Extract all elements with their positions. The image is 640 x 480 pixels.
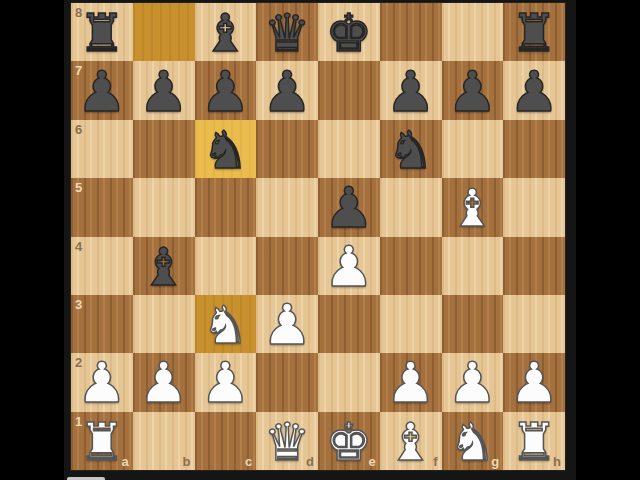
square-c2[interactable]: ♟ xyxy=(195,353,257,411)
square-c4[interactable] xyxy=(195,237,257,295)
square-h2[interactable]: ♟ xyxy=(503,353,565,411)
square-f1[interactable]: ♝f xyxy=(380,412,442,470)
square-e5[interactable]: ♟ xyxy=(318,178,380,236)
square-h5[interactable] xyxy=(503,178,565,236)
square-a3[interactable]: 3 xyxy=(71,295,133,353)
square-e4[interactable]: ♟ xyxy=(318,237,380,295)
piece-white-rook[interactable]: ♜ xyxy=(79,416,126,468)
square-b3[interactable] xyxy=(133,295,195,353)
piece-white-pawn[interactable]: ♟ xyxy=(509,355,559,411)
square-g2[interactable]: ♟ xyxy=(442,353,504,411)
rank-label-7: 7 xyxy=(75,64,82,77)
square-a5[interactable]: 5 xyxy=(71,178,133,236)
square-a2[interactable]: ♟2 xyxy=(71,353,133,411)
piece-black-pawn[interactable]: ♟ xyxy=(200,64,250,120)
piece-white-pawn[interactable]: ♟ xyxy=(447,355,497,411)
square-e1[interactable]: ♚e xyxy=(318,412,380,470)
file-label-b: b xyxy=(183,455,191,468)
piece-black-pawn[interactable]: ♟ xyxy=(447,64,497,120)
square-c6[interactable]: ♞ xyxy=(195,120,257,178)
square-h6[interactable] xyxy=(503,120,565,178)
piece-black-rook[interactable]: ♜ xyxy=(511,7,558,59)
piece-black-pawn[interactable]: ♟ xyxy=(262,64,312,120)
chessboard: ♜8♝♛♚♜♟7♟♟♟♟♟♟6♞♞5♟♝4♝♟3♞♟♟2♟♟♟♟♟♜1abc♛d… xyxy=(71,3,565,470)
square-g5[interactable]: ♝ xyxy=(442,178,504,236)
square-b4[interactable]: ♝ xyxy=(133,237,195,295)
piece-white-queen[interactable]: ♛ xyxy=(264,416,311,468)
square-f4[interactable] xyxy=(380,237,442,295)
piece-white-pawn[interactable]: ♟ xyxy=(200,355,250,411)
piece-white-bishop[interactable]: ♝ xyxy=(387,416,434,468)
square-d2[interactable] xyxy=(256,353,318,411)
file-label-h: h xyxy=(553,455,561,468)
square-f2[interactable]: ♟ xyxy=(380,353,442,411)
piece-black-queen[interactable]: ♛ xyxy=(264,7,311,59)
piece-white-pawn[interactable]: ♟ xyxy=(386,355,436,411)
square-f8[interactable] xyxy=(380,3,442,61)
piece-black-pawn[interactable]: ♟ xyxy=(509,64,559,120)
piece-black-pawn[interactable]: ♟ xyxy=(386,64,436,120)
square-f6[interactable]: ♞ xyxy=(380,120,442,178)
square-g1[interactable]: ♞g xyxy=(442,412,504,470)
piece-black-pawn[interactable]: ♟ xyxy=(324,180,374,236)
square-e3[interactable] xyxy=(318,295,380,353)
square-g3[interactable] xyxy=(442,295,504,353)
piece-black-king[interactable]: ♚ xyxy=(326,7,373,59)
square-h3[interactable] xyxy=(503,295,565,353)
file-label-d: d xyxy=(306,455,314,468)
square-g6[interactable] xyxy=(442,120,504,178)
square-e2[interactable] xyxy=(318,353,380,411)
file-label-c: c xyxy=(245,455,252,468)
square-f3[interactable] xyxy=(380,295,442,353)
square-g4[interactable] xyxy=(442,237,504,295)
square-c5[interactable] xyxy=(195,178,257,236)
piece-black-pawn[interactable]: ♟ xyxy=(77,64,127,120)
square-b1[interactable]: b xyxy=(133,412,195,470)
square-c8[interactable]: ♝ xyxy=(195,3,257,61)
file-label-g: g xyxy=(491,455,499,468)
rank-label-8: 8 xyxy=(75,6,82,19)
square-d8[interactable]: ♛ xyxy=(256,3,318,61)
square-a8[interactable]: ♜8 xyxy=(71,3,133,61)
square-b8[interactable] xyxy=(133,3,195,61)
square-d1[interactable]: ♛d xyxy=(256,412,318,470)
piece-black-pawn[interactable]: ♟ xyxy=(139,64,189,120)
square-e8[interactable]: ♚ xyxy=(318,3,380,61)
rank-label-4: 4 xyxy=(75,240,82,253)
piece-white-knight[interactable]: ♞ xyxy=(202,299,249,351)
square-b6[interactable] xyxy=(133,120,195,178)
square-a4[interactable]: 4 xyxy=(71,237,133,295)
rank-label-6: 6 xyxy=(75,123,82,136)
file-label-f: f xyxy=(433,455,437,468)
square-e7[interactable] xyxy=(318,61,380,119)
piece-white-pawn[interactable]: ♟ xyxy=(139,355,189,411)
piece-white-pawn[interactable]: ♟ xyxy=(262,297,312,353)
rank-label-3: 3 xyxy=(75,298,82,311)
rank-label-2: 2 xyxy=(75,356,82,369)
piece-black-rook[interactable]: ♜ xyxy=(79,7,126,59)
rank-label-5: 5 xyxy=(75,181,82,194)
square-h4[interactable] xyxy=(503,237,565,295)
piece-black-knight[interactable]: ♞ xyxy=(202,124,249,176)
piece-white-pawn[interactable]: ♟ xyxy=(77,355,127,411)
square-d6[interactable] xyxy=(256,120,318,178)
piece-black-bishop[interactable]: ♝ xyxy=(202,7,249,59)
square-a7[interactable]: ♟7 xyxy=(71,61,133,119)
square-d4[interactable] xyxy=(256,237,318,295)
piece-black-bishop[interactable]: ♝ xyxy=(140,241,187,293)
square-f7[interactable]: ♟ xyxy=(380,61,442,119)
piece-white-knight[interactable]: ♞ xyxy=(449,416,496,468)
square-b5[interactable] xyxy=(133,178,195,236)
square-g7[interactable]: ♟ xyxy=(442,61,504,119)
square-h7[interactable]: ♟ xyxy=(503,61,565,119)
square-d7[interactable]: ♟ xyxy=(256,61,318,119)
square-f5[interactable] xyxy=(380,178,442,236)
square-a6[interactable]: 6 xyxy=(71,120,133,178)
piece-black-knight[interactable]: ♞ xyxy=(387,124,434,176)
file-label-e: e xyxy=(369,455,376,468)
square-c1[interactable]: c xyxy=(195,412,257,470)
square-h8[interactable]: ♜ xyxy=(503,3,565,61)
file-label-a: a xyxy=(122,455,129,468)
piece-white-king[interactable]: ♚ xyxy=(326,416,373,468)
piece-white-pawn[interactable]: ♟ xyxy=(324,239,374,295)
piece-white-bishop[interactable]: ♝ xyxy=(449,182,496,234)
square-g8[interactable] xyxy=(442,3,504,61)
square-b2[interactable]: ♟ xyxy=(133,353,195,411)
rank-label-1: 1 xyxy=(75,415,82,428)
square-a1[interactable]: ♜1a xyxy=(71,412,133,470)
piece-white-rook[interactable]: ♜ xyxy=(511,416,558,468)
square-c3[interactable]: ♞ xyxy=(195,295,257,353)
square-d3[interactable]: ♟ xyxy=(256,295,318,353)
square-c7[interactable]: ♟ xyxy=(195,61,257,119)
square-b7[interactable]: ♟ xyxy=(133,61,195,119)
letterbox-background: ♜8♝♛♚♜♟7♟♟♟♟♟♟6♞♞5♟♝4♝♟3♞♟♟2♟♟♟♟♟♜1abc♛d… xyxy=(0,0,640,480)
square-d5[interactable] xyxy=(256,178,318,236)
square-e6[interactable] xyxy=(318,120,380,178)
square-h1[interactable]: ♜h xyxy=(503,412,565,470)
